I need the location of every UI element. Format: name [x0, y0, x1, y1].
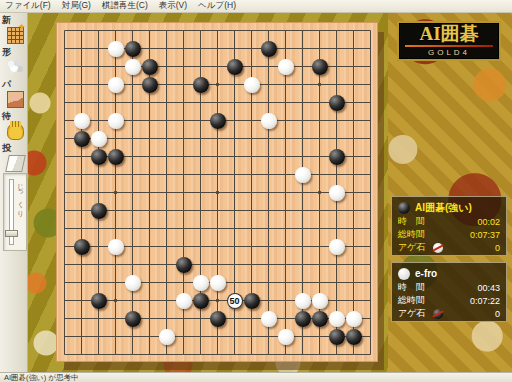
black-stone	[74, 131, 90, 147]
menu-item[interactable]: 棋譜再生(C)	[102, 0, 148, 12]
white-stone	[74, 113, 90, 129]
black-stone	[346, 329, 362, 345]
black-stone	[108, 149, 124, 165]
white-stone	[125, 59, 141, 75]
white-stone	[159, 329, 175, 345]
white-stone	[125, 275, 141, 291]
new-game-button[interactable]: 新	[0, 14, 26, 45]
status-bar: AI囲碁(強い) が思考中	[0, 372, 512, 382]
black-stone	[74, 239, 90, 255]
resign-button[interactable]: 投	[0, 142, 26, 173]
white-stone	[329, 311, 345, 327]
thinking-level-slider[interactable]: じっくり	[3, 173, 27, 251]
white-stone	[346, 311, 362, 327]
black-stone	[261, 41, 277, 57]
black-stone	[193, 77, 209, 93]
time-label: 時 間	[398, 281, 425, 294]
captured-white-stone-icon	[433, 243, 443, 253]
go-board[interactable]: 50	[56, 22, 378, 362]
analysis-button[interactable]: 形	[0, 46, 26, 77]
white-stone	[176, 293, 192, 309]
total-time-label: 総時間	[398, 228, 425, 241]
time-value: 00:02	[477, 217, 500, 227]
white-stone	[244, 77, 260, 93]
black-stone	[91, 149, 107, 165]
right-panel: AI囲碁 GOLD4 AI囲碁(強い) 時 間 00:02 総時間 0:07:3…	[388, 13, 512, 372]
stones-pile-icon	[7, 59, 24, 76]
white-stone	[261, 311, 277, 327]
black-stone	[142, 77, 158, 93]
white-stone	[108, 77, 124, 93]
resign-book-icon	[5, 155, 26, 172]
white-stone	[210, 275, 226, 291]
black-stone	[210, 311, 226, 327]
black-stone	[91, 203, 107, 219]
menu-item[interactable]: 表示(V)	[159, 0, 187, 12]
white-stone-icon	[398, 268, 410, 280]
undo-button[interactable]: 待	[0, 110, 26, 141]
total-time-value: 0:07:37	[470, 230, 500, 240]
black-stone	[295, 311, 311, 327]
white-stone	[295, 167, 311, 183]
white-stone	[261, 113, 277, 129]
app-logo: AI囲碁 GOLD4	[397, 21, 501, 61]
toolbar: 新形パ待投 じっくり	[0, 13, 28, 372]
star-point	[318, 83, 322, 87]
white-stone	[108, 41, 124, 57]
slider-label: じっくり	[15, 178, 25, 214]
menu-item[interactable]: 対局(G)	[62, 0, 91, 12]
pass-label: パ	[2, 78, 11, 91]
hand-icon	[7, 123, 24, 140]
menu-item[interactable]: ヘルプ(H)	[198, 0, 236, 12]
star-point	[318, 191, 322, 195]
star-point	[216, 191, 220, 195]
black-stone	[125, 41, 141, 57]
player-name: AI囲碁(強い)	[415, 201, 472, 215]
black-stone	[329, 95, 345, 111]
goban-icon	[7, 27, 24, 44]
star-point	[114, 191, 118, 195]
toolbar-buttons: 新形パ待投	[0, 14, 27, 173]
black-stone	[329, 329, 345, 345]
white-stone	[91, 131, 107, 147]
black-stone-icon	[398, 202, 410, 214]
white-stone	[329, 239, 345, 255]
black-stone	[244, 293, 260, 309]
black-stone	[329, 149, 345, 165]
time-value: 00:43	[477, 283, 500, 293]
captures-value: 0	[495, 309, 500, 319]
black-stone	[312, 59, 328, 75]
white-stone	[278, 329, 294, 345]
star-point	[216, 83, 220, 87]
captured-black-stone-icon	[433, 309, 443, 319]
white-stone	[295, 293, 311, 309]
total-time-label: 総時間	[398, 294, 425, 307]
white-stone	[329, 185, 345, 201]
app-window: ファイル(F)対局(G)棋譜再生(C)表示(V)ヘルプ(H) 新形パ待投 じっく…	[0, 0, 512, 382]
black-stone	[125, 311, 141, 327]
white-stone	[108, 239, 124, 255]
black-stone	[91, 293, 107, 309]
menu-item[interactable]: ファイル(F)	[5, 0, 51, 12]
pass-button[interactable]: パ	[0, 78, 26, 109]
star-point	[114, 299, 118, 303]
white-stone	[312, 293, 328, 309]
white-stone	[193, 275, 209, 291]
white-stone	[278, 59, 294, 75]
logo-subtitle: GOLD4	[399, 47, 499, 58]
player-panel-white: e-fro 時 間 00:43 総時間 0:07:22 アゲ石 0	[391, 262, 507, 322]
menu-bar: ファイル(F)対局(G)棋譜再生(C)表示(V)ヘルプ(H)	[0, 0, 512, 13]
total-time-value: 0:07:22	[470, 296, 500, 306]
resign-label: 投	[2, 142, 11, 155]
slider-thumb[interactable]	[5, 230, 18, 237]
white-stone	[108, 113, 124, 129]
pass-board-icon	[7, 91, 24, 108]
captures-label: アゲ石	[398, 307, 425, 320]
white-stone-last-move: 50	[227, 293, 243, 309]
analysis-label: 形	[2, 46, 11, 59]
black-stone	[210, 113, 226, 129]
time-label: 時 間	[398, 215, 425, 228]
black-stone	[193, 293, 209, 309]
captures-label: アゲ石	[398, 241, 425, 254]
logo-title: AI囲碁	[399, 23, 499, 45]
star-point	[216, 299, 220, 303]
black-stone	[176, 257, 192, 273]
player-name: e-fro	[415, 268, 437, 279]
captures-value: 0	[495, 243, 500, 253]
black-stone	[227, 59, 243, 75]
black-stone	[312, 311, 328, 327]
black-stone	[142, 59, 158, 75]
new-game-label: 新	[2, 14, 11, 27]
player-panel-black: AI囲碁(強い) 時 間 00:02 総時間 0:07:37 アゲ石 0	[391, 196, 507, 256]
main-area: 50 AI囲碁 GOLD4 AI囲碁(強い) 時 間 00:02 総時間 0:0…	[28, 13, 512, 372]
